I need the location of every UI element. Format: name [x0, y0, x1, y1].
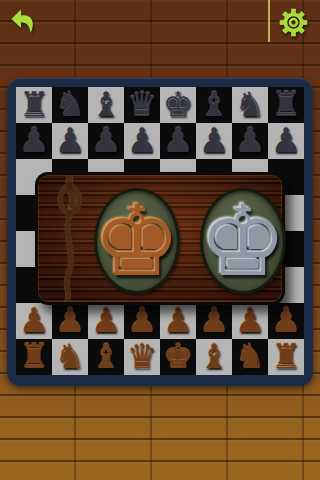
white-pawn: ♟ — [127, 302, 157, 339]
black-knight: ♞ — [235, 86, 265, 123]
square-a8[interactable]: ♜ — [16, 87, 52, 123]
square-b7[interactable]: ♟ — [52, 123, 88, 159]
white-pawn: ♟ — [271, 302, 301, 339]
square-f2[interactable]: ♟ — [196, 303, 232, 339]
square-g2[interactable]: ♟ — [232, 303, 268, 339]
black-pawn: ♟ — [199, 122, 229, 159]
black-bishop: ♝ — [91, 86, 121, 123]
black-pawn: ♟ — [271, 122, 301, 159]
square-a1[interactable]: ♜ — [16, 339, 52, 375]
square-f8[interactable]: ♝ — [196, 87, 232, 123]
bronze-king-icon: ♚ — [93, 188, 181, 294]
white-pawn: ♟ — [19, 302, 49, 339]
square-e1[interactable]: ♚ — [160, 339, 196, 375]
side-select-dialog: ♚ ♚ — [35, 172, 285, 305]
choose-white-side-button[interactable]: ♚ — [94, 188, 180, 294]
black-bishop: ♝ — [199, 86, 229, 123]
square-g7[interactable]: ♟ — [232, 123, 268, 159]
white-knight: ♞ — [235, 338, 265, 375]
white-pawn: ♟ — [235, 302, 265, 339]
white-pawn: ♟ — [163, 302, 193, 339]
back-button[interactable] — [9, 7, 38, 36]
back-arrow-icon — [11, 9, 32, 32]
square-a7[interactable]: ♟ — [16, 123, 52, 159]
square-d2[interactable]: ♟ — [124, 303, 160, 339]
black-queen: ♛ — [127, 86, 157, 123]
white-rook: ♜ — [19, 338, 49, 375]
black-rook: ♜ — [271, 86, 301, 123]
square-b2[interactable]: ♟ — [52, 303, 88, 339]
square-d8[interactable]: ♛ — [124, 87, 160, 123]
square-e8[interactable]: ♚ — [160, 87, 196, 123]
topbar-separator — [268, 0, 270, 42]
square-d7[interactable]: ♟ — [124, 123, 160, 159]
white-king: ♚ — [163, 338, 193, 375]
white-queen: ♛ — [127, 338, 157, 375]
square-e7[interactable]: ♟ — [160, 123, 196, 159]
square-d1[interactable]: ♛ — [124, 339, 160, 375]
square-g8[interactable]: ♞ — [232, 87, 268, 123]
app-screen: ♜♞♝♛♚♝♞♜♟♟♟♟♟♟♟♟♟♟♟♟♟♟♟♟♜♞♝♛♚♝♞♜ ♚ ♚ — [0, 0, 320, 480]
square-b1[interactable]: ♞ — [52, 339, 88, 375]
black-pawn: ♟ — [127, 122, 157, 159]
black-knight: ♞ — [55, 86, 85, 123]
choose-black-side-button[interactable]: ♚ — [200, 188, 286, 294]
black-king: ♚ — [163, 86, 193, 123]
square-a2[interactable]: ♟ — [16, 303, 52, 339]
square-b8[interactable]: ♞ — [52, 87, 88, 123]
black-pawn: ♟ — [163, 122, 193, 159]
black-pawn: ♟ — [55, 122, 85, 159]
top-bar — [0, 0, 320, 56]
square-h2[interactable]: ♟ — [268, 303, 304, 339]
square-g1[interactable]: ♞ — [232, 339, 268, 375]
square-h7[interactable]: ♟ — [268, 123, 304, 159]
white-pawn: ♟ — [91, 302, 121, 339]
silver-king-icon: ♚ — [199, 188, 287, 294]
rope-decoration — [48, 175, 90, 302]
black-pawn: ♟ — [91, 122, 121, 159]
black-pawn: ♟ — [235, 122, 265, 159]
white-pawn: ♟ — [55, 302, 85, 339]
white-rook: ♜ — [271, 338, 301, 375]
square-c7[interactable]: ♟ — [88, 123, 124, 159]
white-bishop: ♝ — [199, 338, 229, 375]
gear-icon — [280, 9, 308, 37]
settings-button[interactable] — [278, 7, 309, 38]
square-e2[interactable]: ♟ — [160, 303, 196, 339]
square-h8[interactable]: ♜ — [268, 87, 304, 123]
square-c1[interactable]: ♝ — [88, 339, 124, 375]
square-c2[interactable]: ♟ — [88, 303, 124, 339]
white-bishop: ♝ — [91, 338, 121, 375]
white-pawn: ♟ — [199, 302, 229, 339]
black-pawn: ♟ — [19, 122, 49, 159]
square-f1[interactable]: ♝ — [196, 339, 232, 375]
white-knight: ♞ — [55, 338, 85, 375]
square-h1[interactable]: ♜ — [268, 339, 304, 375]
black-rook: ♜ — [19, 86, 49, 123]
square-c8[interactable]: ♝ — [88, 87, 124, 123]
square-f7[interactable]: ♟ — [196, 123, 232, 159]
